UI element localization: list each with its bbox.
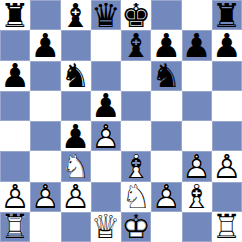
piece-glyph: ♝ (61, 0, 91, 30)
piece-fill: ♛ (91, 212, 121, 242)
white-knight: ♞♘ (121, 182, 151, 212)
square-b7[interactable]: ♟ (30, 30, 60, 60)
square-b1[interactable] (30, 212, 60, 242)
black-pawn: ♟ (212, 30, 242, 60)
square-e1[interactable]: ♚♔ (121, 212, 151, 242)
piece-outline: ♙ (91, 121, 121, 151)
square-e7[interactable]: ♝ (121, 30, 151, 60)
square-d1[interactable]: ♛♕ (91, 212, 121, 242)
piece-fill: ♟ (61, 182, 91, 212)
piece-outline: ♘ (121, 182, 151, 212)
white-pawn: ♟♙ (151, 182, 181, 212)
black-rook: ♜ (212, 0, 242, 30)
white-queen: ♛♕ (91, 212, 121, 242)
square-h2[interactable] (212, 182, 242, 212)
white-pawn: ♟♙ (182, 151, 212, 181)
white-knight: ♞♘ (61, 151, 91, 181)
square-h6[interactable] (212, 61, 242, 91)
piece-outline: ♙ (0, 182, 30, 212)
square-b3[interactable] (30, 151, 60, 181)
square-d4[interactable]: ♟♙ (91, 121, 121, 151)
piece-glyph: ♟ (30, 30, 60, 60)
square-h3[interactable]: ♟♙ (212, 151, 242, 181)
piece-glyph: ♛ (91, 0, 121, 30)
piece-fill: ♟ (212, 151, 242, 181)
piece-glyph: ♞ (151, 61, 181, 91)
square-e2[interactable]: ♞♘ (121, 182, 151, 212)
square-c1[interactable] (61, 212, 91, 242)
piece-outline: ♙ (182, 151, 212, 181)
square-a6[interactable]: ♟ (0, 61, 30, 91)
black-king: ♚ (121, 0, 151, 30)
piece-fill: ♟ (151, 182, 181, 212)
piece-fill: ♟ (0, 182, 30, 212)
white-pawn: ♟♙ (212, 151, 242, 181)
square-c4[interactable]: ♟ (61, 121, 91, 151)
square-b6[interactable] (30, 61, 60, 91)
white-rook: ♜♖ (0, 212, 30, 242)
piece-outline: ♙ (212, 151, 242, 181)
piece-fill: ♞ (121, 182, 151, 212)
square-f3[interactable] (151, 151, 181, 181)
square-e8[interactable]: ♚ (121, 0, 151, 30)
square-a1[interactable]: ♜♖ (0, 212, 30, 242)
square-g2[interactable]: ♝♗ (182, 182, 212, 212)
chess-board: ♜♝♛♚♜♟♝♟♟♟♟♞♞♟♟♟♙♞♘♝♗♟♙♟♙♟♙♟♙♟♙♞♘♟♙♝♗♜♖♛… (0, 0, 242, 242)
black-knight: ♞ (61, 61, 91, 91)
piece-glyph: ♝ (121, 30, 151, 60)
white-bishop: ♝♗ (121, 151, 151, 181)
piece-outline: ♗ (121, 151, 151, 181)
black-pawn: ♟ (0, 61, 30, 91)
white-pawn: ♟♙ (61, 182, 91, 212)
piece-glyph: ♜ (212, 0, 242, 30)
piece-fill: ♟ (30, 182, 60, 212)
piece-fill: ♜ (212, 212, 242, 242)
black-knight: ♞ (151, 61, 181, 91)
piece-outline: ♕ (91, 212, 121, 242)
square-c2[interactable]: ♟♙ (61, 182, 91, 212)
piece-glyph: ♜ (0, 0, 30, 30)
white-king: ♚♔ (121, 212, 151, 242)
white-pawn: ♟♙ (91, 121, 121, 151)
square-a2[interactable]: ♟♙ (0, 182, 30, 212)
square-c7[interactable] (61, 30, 91, 60)
square-h4[interactable] (212, 121, 242, 151)
piece-outline: ♖ (212, 212, 242, 242)
piece-glyph: ♟ (0, 61, 30, 91)
square-g6[interactable] (182, 61, 212, 91)
piece-outline: ♗ (182, 182, 212, 212)
piece-glyph: ♟ (91, 91, 121, 121)
square-b4[interactable] (30, 121, 60, 151)
piece-fill: ♞ (61, 151, 91, 181)
square-d3[interactable] (91, 151, 121, 181)
piece-glyph: ♚ (121, 0, 151, 30)
white-pawn: ♟♙ (30, 182, 60, 212)
square-a3[interactable] (0, 151, 30, 181)
square-e4[interactable] (121, 121, 151, 151)
square-h1[interactable]: ♜♖ (212, 212, 242, 242)
square-b2[interactable]: ♟♙ (30, 182, 60, 212)
black-bishop: ♝ (61, 0, 91, 30)
piece-fill: ♚ (121, 212, 151, 242)
piece-fill: ♜ (0, 212, 30, 242)
piece-glyph: ♟ (151, 30, 181, 60)
square-a5[interactable] (0, 91, 30, 121)
square-h8[interactable]: ♜ (212, 0, 242, 30)
black-pawn: ♟ (30, 30, 60, 60)
square-c6[interactable]: ♞ (61, 61, 91, 91)
square-f8[interactable] (151, 0, 181, 30)
piece-glyph: ♟ (182, 30, 212, 60)
square-d8[interactable]: ♛ (91, 0, 121, 30)
square-f2[interactable]: ♟♙ (151, 182, 181, 212)
black-queen: ♛ (91, 0, 121, 30)
square-h5[interactable] (212, 91, 242, 121)
square-d5[interactable]: ♟ (91, 91, 121, 121)
black-pawn: ♟ (61, 121, 91, 151)
square-b5[interactable] (30, 91, 60, 121)
black-rook: ♜ (0, 0, 30, 30)
black-pawn: ♟ (182, 30, 212, 60)
square-g5[interactable] (182, 91, 212, 121)
white-bishop: ♝♗ (182, 182, 212, 212)
square-b8[interactable] (30, 0, 60, 30)
piece-glyph: ♟ (212, 30, 242, 60)
square-g3[interactable]: ♟♙ (182, 151, 212, 181)
piece-glyph: ♟ (61, 121, 91, 151)
piece-fill: ♝ (182, 182, 212, 212)
square-f7[interactable]: ♟ (151, 30, 181, 60)
square-f6[interactable]: ♞ (151, 61, 181, 91)
square-f5[interactable] (151, 91, 181, 121)
white-rook: ♜♖ (212, 212, 242, 242)
square-a8[interactable]: ♜ (0, 0, 30, 30)
square-a7[interactable] (0, 30, 30, 60)
black-bishop: ♝ (121, 30, 151, 60)
square-f4[interactable] (151, 121, 181, 151)
square-d6[interactable] (91, 61, 121, 91)
piece-fill: ♟ (182, 151, 212, 181)
square-c3[interactable]: ♞♘ (61, 151, 91, 181)
white-pawn: ♟♙ (0, 182, 30, 212)
square-g7[interactable]: ♟ (182, 30, 212, 60)
square-h7[interactable]: ♟ (212, 30, 242, 60)
square-f1[interactable] (151, 212, 181, 242)
piece-outline: ♙ (30, 182, 60, 212)
piece-outline: ♙ (151, 182, 181, 212)
square-e6[interactable] (121, 61, 151, 91)
piece-outline: ♔ (121, 212, 151, 242)
square-e5[interactable] (121, 91, 151, 121)
square-d2[interactable] (91, 182, 121, 212)
piece-outline: ♙ (61, 182, 91, 212)
square-d7[interactable] (91, 30, 121, 60)
square-e3[interactable]: ♝♗ (121, 151, 151, 181)
black-pawn: ♟ (151, 30, 181, 60)
piece-fill: ♝ (121, 151, 151, 181)
piece-glyph: ♞ (61, 61, 91, 91)
square-g4[interactable] (182, 121, 212, 151)
square-c8[interactable]: ♝ (61, 0, 91, 30)
piece-outline: ♖ (0, 212, 30, 242)
square-a4[interactable] (0, 121, 30, 151)
square-c5[interactable] (61, 91, 91, 121)
square-g1[interactable] (182, 212, 212, 242)
black-pawn: ♟ (91, 91, 121, 121)
piece-fill: ♟ (91, 121, 121, 151)
square-g8[interactable] (182, 0, 212, 30)
piece-outline: ♘ (61, 151, 91, 181)
